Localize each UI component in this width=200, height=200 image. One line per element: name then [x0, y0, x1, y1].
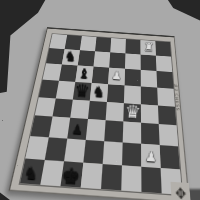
square-d3: [86, 119, 106, 141]
square-e1: [101, 164, 122, 190]
square-f1: [121, 166, 141, 192]
square-b4: [52, 98, 72, 118]
square-h7: [156, 55, 172, 71]
square-g7: [141, 54, 157, 70]
piece-black-pawn-c3: ♟: [71, 122, 84, 136]
piece-white-rook-g8: ♜: [143, 41, 154, 53]
square-c4: [70, 99, 90, 119]
square-d8: [95, 37, 111, 52]
piece-black-king-c1: ♚: [61, 164, 82, 187]
square-e4: [106, 102, 124, 122]
piece-white-pawn-g2: ♟: [145, 149, 158, 163]
square-e7: [109, 52, 125, 68]
square-d5: ♞: [90, 83, 108, 102]
piece-black-bishop-c6: ♝: [78, 66, 91, 80]
square-g1: [141, 167, 161, 193]
piece-black-knight-b7: ♞: [64, 50, 77, 64]
square-d6: [92, 66, 109, 83]
square-e2: [103, 141, 123, 165]
photo-background: ♜♞♝♟♛♞♛♟♟♞♚ №2 CHESS ✥: [0, 0, 200, 200]
square-e8: [110, 38, 126, 53]
square-e3: [104, 121, 123, 143]
square-g8: ♜: [141, 40, 156, 55]
board-grid: ♜♞♝♟♛♞♛♟♟♞♚: [20, 34, 182, 195]
square-c8: [80, 36, 97, 51]
square-g4: [141, 104, 159, 124]
piece-black-queen-c5: ♛: [74, 81, 90, 99]
square-c2: [64, 139, 86, 163]
chessboard-tilt-wrapper: ♜♞♝♟♛♞♛♟♟♞♚ №2 CHESS ✥: [25, 12, 186, 188]
chessboard-frame: ♜♞♝♟♛♞♛♟♟♞♚ №2 CHESS ✥: [9, 27, 190, 200]
square-f7: [125, 53, 141, 69]
square-f2: [122, 143, 141, 167]
square-e6: ♟: [108, 67, 125, 85]
square-d4: [88, 100, 107, 120]
square-h2: [160, 145, 180, 169]
square-h8: [155, 41, 171, 56]
piece-white-pawn-e6: ♟: [111, 70, 122, 82]
square-b5: [56, 80, 76, 99]
square-g5: [141, 86, 158, 105]
square-g6: [141, 70, 157, 88]
piece-white-queen-f4: ♛: [124, 103, 141, 122]
piece-black-knight-a1: ♞: [24, 163, 40, 181]
square-d2: [83, 140, 104, 164]
square-h3: [159, 124, 178, 146]
square-c1: ♚: [60, 161, 83, 187]
square-c3: ♟: [67, 118, 88, 140]
piece-black-knight-d5: ♞: [92, 84, 105, 99]
square-h4: [158, 105, 177, 126]
square-c7: [78, 50, 95, 66]
square-a2: [25, 136, 48, 160]
square-f8: [125, 39, 140, 54]
square-f3: [123, 122, 141, 144]
square-c5: ♛: [73, 82, 92, 101]
square-g2: ♟: [141, 144, 160, 168]
square-f6: [124, 69, 140, 87]
square-g3: [141, 123, 160, 145]
square-f4: ♛: [123, 103, 141, 123]
square-d7: [93, 51, 110, 67]
square-d1: [81, 163, 103, 189]
square-e5: [107, 84, 125, 103]
square-b2: [45, 138, 68, 162]
